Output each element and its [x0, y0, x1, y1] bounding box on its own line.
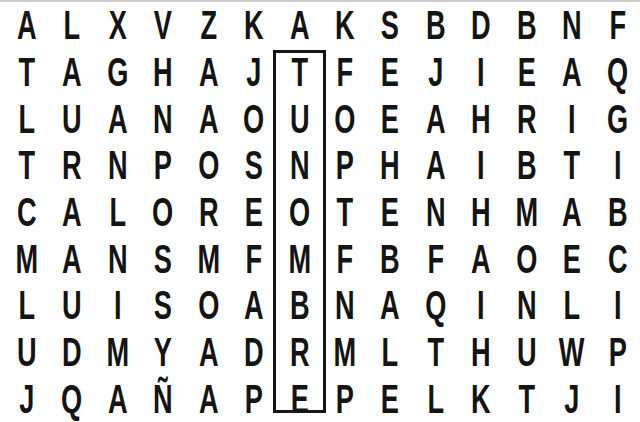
grid-cell[interactable]: Q: [420, 282, 451, 329]
grid-cell[interactable]: L: [375, 329, 406, 376]
grid-cell[interactable]: P: [238, 375, 269, 422]
grid-cell[interactable]: I: [602, 142, 633, 189]
grid-cell[interactable]: L: [420, 375, 451, 422]
grid-cell[interactable]: Q: [57, 375, 88, 422]
word-search-grid: ALXVZKAKSBDBNFTAGHAJTFEJIEAQLUANAOUOEAHR…: [4, 2, 640, 422]
grid-cell[interactable]: R: [193, 189, 224, 236]
grid-cell[interactable]: K: [238, 2, 269, 49]
grid-cell[interactable]: E: [375, 189, 406, 236]
grid-cell[interactable]: N: [329, 282, 360, 329]
grid-cell[interactable]: F: [238, 235, 269, 282]
grid-cell[interactable]: A: [57, 235, 88, 282]
grid-cell[interactable]: R: [57, 142, 88, 189]
grid-cell[interactable]: E: [284, 375, 315, 422]
grid-cell[interactable]: P: [602, 329, 633, 376]
grid-cell[interactable]: A: [102, 375, 133, 422]
grid-cell[interactable]: F: [329, 49, 360, 96]
grid-cell[interactable]: T: [11, 49, 42, 96]
grid-cell[interactable]: B: [420, 2, 451, 49]
grid-cell[interactable]: U: [11, 329, 42, 376]
grid-cell[interactable]: O: [511, 235, 542, 282]
grid-cell[interactable]: L: [11, 95, 42, 142]
grid-cell[interactable]: A: [193, 329, 224, 376]
grid-cell[interactable]: M: [329, 329, 360, 376]
grid-cell[interactable]: T: [420, 329, 451, 376]
grid-cell[interactable]: P: [329, 142, 360, 189]
grid-cell[interactable]: S: [148, 282, 179, 329]
grid-cell[interactable]: T: [329, 189, 360, 236]
grid-cell[interactable]: U: [57, 282, 88, 329]
grid-cell[interactable]: T: [556, 142, 587, 189]
grid-cell[interactable]: S: [238, 142, 269, 189]
grid-cell[interactable]: N: [511, 282, 542, 329]
grid-cell[interactable]: O: [148, 189, 179, 236]
grid-cell[interactable]: J: [238, 49, 269, 96]
grid-cell[interactable]: U: [57, 95, 88, 142]
grid-cell[interactable]: M: [511, 189, 542, 236]
grid-cell[interactable]: U: [284, 95, 315, 142]
grid-cell[interactable]: L: [102, 189, 133, 236]
grid-cell[interactable]: A: [193, 49, 224, 96]
grid-cell[interactable]: I: [102, 282, 133, 329]
grid-cell[interactable]: A: [193, 375, 224, 422]
grid-cell[interactable]: F: [329, 235, 360, 282]
grid-cell[interactable]: X: [102, 2, 133, 49]
grid-cell[interactable]: S: [148, 235, 179, 282]
grid-cell[interactable]: A: [284, 2, 315, 49]
grid-cell[interactable]: U: [511, 329, 542, 376]
grid-cell[interactable]: C: [602, 235, 633, 282]
word-search-board: ALXVZKAKSBDBNFTAGHAJTFEJIEAQLUANAOUOEAHR…: [0, 0, 640, 422]
grid-cell[interactable]: P: [329, 375, 360, 422]
grid-cell[interactable]: N: [102, 235, 133, 282]
grid-cell[interactable]: M: [193, 235, 224, 282]
grid-cell[interactable]: I: [602, 375, 633, 422]
grid-cell[interactable]: V: [148, 2, 179, 49]
grid-cell[interactable]: B: [375, 235, 406, 282]
grid-cell[interactable]: Z: [193, 2, 224, 49]
grid-cell[interactable]: D: [238, 329, 269, 376]
grid-cell[interactable]: H: [466, 189, 497, 236]
grid-cell[interactable]: H: [375, 142, 406, 189]
grid-cell[interactable]: N: [102, 142, 133, 189]
grid-cell[interactable]: F: [602, 2, 633, 49]
grid-cell[interactable]: N: [148, 95, 179, 142]
grid-cell[interactable]: A: [57, 189, 88, 236]
grid-cell[interactable]: T: [11, 142, 42, 189]
grid-cell[interactable]: G: [102, 49, 133, 96]
grid-cell[interactable]: B: [511, 142, 542, 189]
grid-cell[interactable]: L: [556, 282, 587, 329]
grid-cell[interactable]: I: [602, 282, 633, 329]
grid-cell[interactable]: N: [420, 189, 451, 236]
grid-cell[interactable]: A: [420, 142, 451, 189]
grid-cell[interactable]: E: [556, 235, 587, 282]
grid-cell[interactable]: I: [466, 282, 497, 329]
grid-cell[interactable]: F: [420, 235, 451, 282]
grid-cell[interactable]: W: [556, 329, 587, 376]
grid-cell[interactable]: Ñ: [148, 375, 179, 422]
grid-cell[interactable]: I: [556, 95, 587, 142]
grid-cell[interactable]: K: [329, 2, 360, 49]
grid-cell[interactable]: R: [284, 329, 315, 376]
grid-cell[interactable]: I: [466, 49, 497, 96]
grid-cell[interactable]: C: [11, 189, 42, 236]
grid-cell[interactable]: H: [148, 49, 179, 96]
grid-cell[interactable]: J: [420, 49, 451, 96]
grid-cell[interactable]: D: [57, 329, 88, 376]
grid-cell[interactable]: N: [284, 142, 315, 189]
grid-cell[interactable]: H: [466, 95, 497, 142]
grid-cell[interactable]: M: [102, 329, 133, 376]
grid-cell[interactable]: A: [375, 282, 406, 329]
grid-cell[interactable]: N: [556, 2, 587, 49]
grid-cell[interactable]: A: [420, 95, 451, 142]
grid-cell[interactable]: J: [556, 375, 587, 422]
grid-cell[interactable]: A: [102, 95, 133, 142]
grid-cell[interactable]: E: [511, 49, 542, 96]
grid-cell[interactable]: G: [602, 95, 633, 142]
grid-cell[interactable]: B: [602, 189, 633, 236]
grid-cell[interactable]: R: [511, 95, 542, 142]
grid-cell[interactable]: O: [238, 95, 269, 142]
grid-cell[interactable]: A: [556, 49, 587, 96]
grid-cell[interactable]: E: [375, 375, 406, 422]
grid-cell[interactable]: O: [329, 95, 360, 142]
grid-cell[interactable]: T: [511, 375, 542, 422]
grid-cell[interactable]: O: [193, 142, 224, 189]
grid-cell[interactable]: L: [57, 2, 88, 49]
grid-cell[interactable]: A: [556, 189, 587, 236]
grid-cell[interactable]: P: [148, 142, 179, 189]
grid-cell[interactable]: E: [375, 49, 406, 96]
grid-cell[interactable]: S: [375, 2, 406, 49]
grid-cell[interactable]: M: [284, 235, 315, 282]
grid-cell[interactable]: E: [238, 189, 269, 236]
grid-cell[interactable]: O: [193, 282, 224, 329]
grid-cell[interactable]: J: [11, 375, 42, 422]
grid-cell[interactable]: A: [57, 49, 88, 96]
grid-cell[interactable]: M: [11, 235, 42, 282]
grid-cell[interactable]: Y: [148, 329, 179, 376]
grid-cell[interactable]: L: [11, 282, 42, 329]
grid-cell[interactable]: A: [466, 235, 497, 282]
grid-cell[interactable]: A: [238, 282, 269, 329]
grid-cell[interactable]: T: [284, 49, 315, 96]
grid-cell[interactable]: H: [466, 329, 497, 376]
grid-cell[interactable]: B: [284, 282, 315, 329]
grid-cell[interactable]: E: [375, 95, 406, 142]
grid-cell[interactable]: I: [466, 142, 497, 189]
grid-cell[interactable]: K: [466, 375, 497, 422]
grid-cell[interactable]: A: [11, 2, 42, 49]
grid-cell[interactable]: B: [511, 2, 542, 49]
grid-cell[interactable]: O: [284, 189, 315, 236]
grid-cell[interactable]: D: [466, 2, 497, 49]
grid-cell[interactable]: A: [193, 95, 224, 142]
grid-cell[interactable]: Q: [602, 49, 633, 96]
